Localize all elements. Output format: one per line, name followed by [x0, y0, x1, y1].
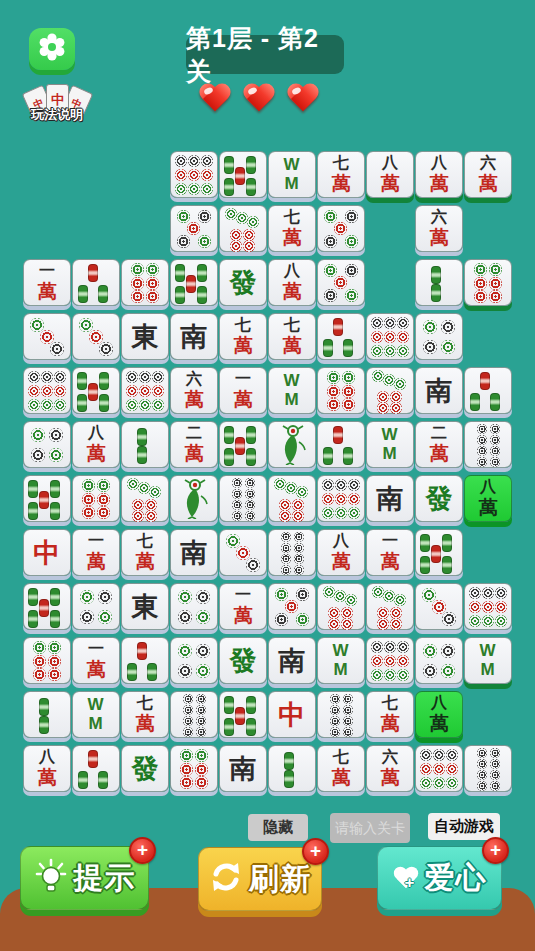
tile-face: 一萬 [75, 531, 117, 574]
circle-pip [477, 748, 487, 758]
circle-pip [28, 371, 40, 383]
bamboo-stick [197, 286, 207, 304]
tile-face: 一萬 [222, 585, 264, 628]
tile-face [26, 423, 68, 466]
tile-face: 八萬 [418, 153, 460, 196]
tile-r4c3-E[interactable]: 東 [121, 313, 169, 360]
tile-r12c2-b3[interactable] [72, 745, 120, 792]
tile-r4c1-c3[interactable] [23, 313, 71, 360]
tile-r10c9-c4[interactable] [415, 637, 463, 684]
circle-pip [441, 320, 455, 334]
tile-face: 二萬 [173, 423, 215, 466]
tile-r6c9-m2[interactable]: 二萬 [415, 421, 463, 468]
circle-pip [196, 590, 210, 604]
circle-pip [327, 371, 340, 384]
bamboo-stick [50, 610, 60, 628]
honor-char: 發 [222, 261, 264, 304]
bamboo-stick [88, 383, 98, 401]
tile-face: WM [271, 153, 313, 196]
tile-face [26, 369, 68, 412]
bamboo-stick [246, 718, 256, 736]
bamboo-stick [224, 178, 234, 196]
bamboo-stick [137, 428, 147, 446]
tile-r3c10-c6[interactable] [464, 259, 512, 306]
tile-r5c3-c9[interactable] [121, 367, 169, 414]
tile-face: 八萬 [467, 477, 509, 520]
tile-face: 發 [124, 747, 166, 790]
tile-r8c3-m7[interactable]: 七萬 [121, 529, 169, 576]
bird-one-bamboo [179, 478, 209, 519]
tile-face: 七萬 [124, 531, 166, 574]
circle-pip [31, 428, 45, 442]
tile-face [26, 477, 68, 520]
circle-pip [397, 345, 409, 357]
circle-pip [178, 664, 192, 678]
circle-pip [146, 290, 159, 303]
honor-char: 發 [418, 477, 460, 520]
tile-face [222, 531, 264, 574]
circle-pip [198, 235, 211, 248]
tile-r6c6-b1[interactable] [268, 421, 316, 468]
bamboo-stick [420, 534, 430, 552]
hint-plus-badge[interactable]: + [129, 837, 156, 864]
honor-char: 東 [124, 585, 166, 628]
gear-icon [37, 32, 67, 66]
man-number: 七 [271, 315, 313, 335]
circle-pip [327, 398, 340, 411]
circle-pip [188, 169, 200, 181]
tile-r11c4-c8[interactable] [170, 691, 218, 738]
tile-face [222, 207, 264, 250]
tile-r12c5-S[interactable]: 南 [219, 745, 267, 792]
tile-face [467, 747, 509, 790]
circle-pip [489, 290, 502, 303]
tile-r4c7-b3[interactable] [317, 313, 365, 360]
tile-face [320, 369, 362, 412]
tile-r6c7-b3[interactable] [317, 421, 365, 468]
tile-r9c1-b5[interactable] [23, 583, 71, 630]
circle-pip [195, 749, 208, 762]
tile-face [222, 477, 264, 520]
tile-face: WM [467, 639, 509, 682]
tile-r4c5-m7[interactable]: 七萬 [219, 313, 267, 360]
bamboo-stick [431, 266, 441, 284]
bamboo-stick [431, 545, 441, 563]
bamboo-stick [480, 372, 490, 390]
tile-r1c10-m6[interactable]: 六萬 [464, 151, 512, 198]
tile-r12c9-c9[interactable] [415, 745, 463, 792]
tile-r7c8-S[interactable]: 南 [366, 475, 414, 522]
circle-pip [232, 511, 242, 521]
circle-pip [28, 385, 40, 397]
tile-r2c4-c5[interactable] [170, 205, 218, 252]
tile-r10c7-b8[interactable]: WM [317, 637, 365, 684]
bamboo-stick [137, 446, 147, 464]
circle-pip [335, 507, 347, 519]
tile-r12c6-b2[interactable] [268, 745, 316, 792]
tile-r10c6-S[interactable]: 南 [268, 637, 316, 684]
tile-r7c5-c8[interactable] [219, 475, 267, 522]
tile-face [467, 585, 509, 628]
love-button[interactable]: + 爱心 + [377, 846, 502, 910]
man-wan: 萬 [369, 713, 411, 734]
bamboo-stick [246, 426, 256, 444]
bamboo-stick [224, 718, 234, 736]
circle-pip [178, 610, 192, 624]
circle-pip [441, 664, 455, 678]
tile-r11c6-C[interactable]: 中 [268, 691, 316, 738]
bamboo-stick [224, 426, 234, 444]
circle-pip [126, 371, 138, 383]
settings-button[interactable] [29, 28, 75, 70]
tile-face [320, 585, 362, 628]
circle-pip [33, 668, 46, 681]
circle-pip [335, 493, 347, 505]
tile-r12c7-m7[interactable]: 七萬 [317, 745, 365, 792]
tile-r5c7-c6[interactable] [317, 367, 365, 414]
tile-r4c9-c4[interactable] [415, 313, 463, 360]
tile-r5c1-c9[interactable] [23, 367, 71, 414]
tile-r8c4-S[interactable]: 南 [170, 529, 218, 576]
tile-r6c1-c4[interactable] [23, 421, 71, 468]
tile-r10c4-c4[interactable] [170, 637, 218, 684]
man-wan: 萬 [75, 443, 117, 464]
man-number: 六 [467, 153, 509, 173]
tile-face [26, 639, 68, 682]
bamboo-stick [137, 642, 147, 660]
tile-face [173, 261, 215, 304]
tile-face [173, 639, 215, 682]
circle-pip [98, 610, 112, 624]
circle-pip [482, 615, 494, 627]
circle-pip [132, 510, 144, 522]
circle-pip [281, 554, 291, 564]
man-number: 二 [173, 423, 215, 443]
tile-r3c1-m1[interactable]: 一萬 [23, 259, 71, 306]
tile-face [271, 477, 313, 520]
tile-r6c8-b8[interactable]: WM [366, 421, 414, 468]
lightbulb-icon [34, 858, 68, 898]
tile-r11c3-m7[interactable]: 七萬 [121, 691, 169, 738]
circle-pip [342, 371, 355, 384]
tile-r10c5-F[interactable]: 發 [219, 637, 267, 684]
tile-r7c6-c7[interactable] [268, 475, 316, 522]
circle-pip [390, 402, 402, 414]
circle-pip [441, 340, 455, 354]
tile-r5c5-m1[interactable]: 一萬 [219, 367, 267, 414]
circle-pip [188, 155, 200, 167]
bamboo-stick [28, 588, 38, 606]
tile-r9c2-c4[interactable] [72, 583, 120, 630]
circle-pip [50, 342, 64, 356]
circle-pip [384, 641, 396, 653]
man-wan: 萬 [369, 173, 411, 194]
tile-face: 七萬 [271, 315, 313, 358]
tile-r10c3-b3[interactable] [121, 637, 169, 684]
tile-face: 發 [222, 261, 264, 304]
tile-r8c9-b5[interactable] [415, 529, 463, 576]
circle-pip [477, 781, 487, 791]
tile-face [124, 261, 166, 304]
level-title-text: 第1层 - 第2关 [186, 22, 344, 88]
circle-pip [490, 781, 500, 791]
tile-face: 八萬 [369, 153, 411, 196]
honor-char: 南 [418, 369, 460, 412]
circle-pip [397, 331, 409, 343]
circle-pip [477, 446, 487, 456]
tile-face [75, 315, 117, 358]
tile-r12c10-c8[interactable] [464, 745, 512, 792]
bamboo-stick [284, 770, 294, 788]
tile-r9c10-c9[interactable] [464, 583, 512, 630]
tile-r11c2-b8[interactable]: WM [72, 691, 120, 738]
circle-pip [377, 402, 389, 414]
tile-r4c6-m7[interactable]: 七萬 [268, 313, 316, 360]
tile-r8c5-c3[interactable] [219, 529, 267, 576]
tile-r1c5-b5[interactable] [219, 151, 267, 198]
circle-pip [195, 763, 208, 776]
bamboo-stick [77, 372, 87, 390]
man-wan: 萬 [75, 659, 117, 680]
tile-r8c7-m8[interactable]: 八萬 [317, 529, 365, 576]
circle-pip [384, 317, 396, 329]
tile-r3c3-c6[interactable] [121, 259, 169, 306]
circle-pip [41, 399, 53, 411]
tile-r4c2-c3[interactable] [72, 313, 120, 360]
tile-face: 南 [271, 639, 313, 682]
circle-pip [495, 615, 507, 627]
tile-r7c4-b1[interactable] [170, 475, 218, 522]
tile-r7c3-c7[interactable] [121, 475, 169, 522]
circle-pip [54, 371, 66, 383]
tile-r1c6-b8[interactable]: WM [268, 151, 316, 198]
circle-pip [196, 664, 210, 678]
tile-face [271, 747, 313, 790]
tile-r11c9-m8[interactable]: 八萬 [415, 691, 463, 738]
man-number: 八 [320, 531, 362, 551]
level-input[interactable] [330, 813, 410, 843]
tile-r3c7-c5[interactable] [317, 259, 365, 306]
circle-pip [296, 588, 309, 601]
love-plus-badge[interactable]: + [482, 837, 509, 864]
tile-r10c10-b8[interactable]: WM [464, 637, 512, 684]
circle-pip [335, 479, 347, 491]
hide-button[interactable]: 隐藏 [248, 814, 308, 841]
man-number: 七 [369, 693, 411, 713]
circle-pip [343, 716, 353, 726]
tile-r9c9-c3[interactable] [415, 583, 463, 630]
circle-pip [97, 506, 110, 519]
circle-pip [131, 277, 144, 290]
tile-r3c4-b5[interactable] [170, 259, 218, 306]
circle-pip [246, 558, 260, 572]
tile-r1c9-m8[interactable]: 八萬 [415, 151, 463, 198]
howto-button[interactable]: 中 中 中 玩法说明 [24, 82, 90, 124]
tile-r10c8-c9[interactable] [366, 637, 414, 684]
tile-r6c2-m8[interactable]: 八萬 [72, 421, 120, 468]
circle-pip [489, 263, 502, 276]
tile-r7c2-c6[interactable] [72, 475, 120, 522]
bamboo-stick [343, 339, 353, 357]
circle-pip [348, 493, 360, 505]
tile-face: 八萬 [418, 693, 460, 736]
circle-pip [232, 500, 242, 510]
circle-pip [477, 435, 487, 445]
tile-r9c8-c7[interactable] [366, 583, 414, 630]
tile-r2c7-c5[interactable] [317, 205, 365, 252]
tile-r3c5-F[interactable]: 發 [219, 259, 267, 306]
man-wan: 萬 [75, 551, 117, 572]
circle-pip [324, 210, 337, 223]
tile-r10c1-c6[interactable] [23, 637, 71, 684]
tile-r2c6-m7[interactable]: 七萬 [268, 205, 316, 252]
tile-face: 八萬 [271, 261, 313, 304]
tile-r7c1-b5[interactable] [23, 475, 71, 522]
circle-pip [146, 277, 159, 290]
circle-pip [292, 510, 304, 522]
tile-r11c7-c8[interactable] [317, 691, 365, 738]
tile-r8c6-c8[interactable] [268, 529, 316, 576]
tile-r5c4-m6[interactable]: 六萬 [170, 367, 218, 414]
tile-r3c2-b3[interactable] [72, 259, 120, 306]
man-number: 六 [173, 369, 215, 389]
circle-pip [441, 644, 455, 658]
tile-r11c1-b2[interactable] [23, 691, 71, 738]
circle-pip [328, 618, 340, 630]
man-wan: 萬 [173, 389, 215, 410]
tile-r2c9-m6[interactable]: 六萬 [415, 205, 463, 252]
circle-pip [490, 770, 500, 780]
tile-r12c4-c6[interactable] [170, 745, 218, 792]
tile-r7c10-m8[interactable]: 八萬 [464, 475, 512, 522]
tile-r8c8-m1[interactable]: 一萬 [366, 529, 414, 576]
refresh-plus-badge[interactable]: + [302, 838, 329, 865]
circle-pip [433, 763, 445, 775]
hint-button[interactable]: 提示 + [20, 846, 149, 910]
tile-r1c8-m8[interactable]: 八萬 [366, 151, 414, 198]
tile-r3c9-b2[interactable] [415, 259, 463, 306]
circle-pip [294, 565, 304, 575]
circle-pip [232, 489, 242, 499]
bird-one-bamboo [277, 424, 307, 465]
tile-r12c3-F[interactable]: 發 [121, 745, 169, 792]
circle-pip [348, 507, 360, 519]
tile-face [320, 315, 362, 358]
circle-pip [97, 479, 110, 492]
circle-pip [196, 727, 206, 737]
tile-r5c10-b3[interactable] [464, 367, 512, 414]
circle-pip [296, 613, 309, 626]
circle-pip [474, 263, 487, 276]
circle-pip [139, 399, 151, 411]
tile-r4c8-c9[interactable] [366, 313, 414, 360]
tile-r9c4-c4[interactable] [170, 583, 218, 630]
man-number: 八 [418, 153, 460, 173]
circle-pip [482, 587, 494, 599]
tile-r5c6-b8[interactable]: WM [268, 367, 316, 414]
tile-face [222, 693, 264, 736]
tile-face [320, 261, 362, 304]
circle-pip [345, 235, 358, 248]
circle-pip [131, 290, 144, 303]
circle-pip [196, 644, 210, 658]
circle-pip [489, 277, 502, 290]
tile-r9c5-m1[interactable]: 一萬 [219, 583, 267, 630]
bamboo-stick [224, 448, 234, 466]
circle-pip [371, 345, 383, 357]
tile-face: 二萬 [418, 423, 460, 466]
bamboo-stick [470, 393, 480, 411]
tile-face: 七萬 [320, 153, 362, 196]
tile-r3c6-m8[interactable]: 八萬 [268, 259, 316, 306]
tile-r6c3-b2[interactable] [121, 421, 169, 468]
bamboo-stick [127, 663, 137, 681]
circle-pip [226, 534, 240, 548]
tile-r8c1-C[interactable]: 中 [23, 529, 71, 576]
circle-pip [149, 486, 161, 498]
tile-r5c9-S[interactable]: 南 [415, 367, 463, 414]
tile-face [75, 369, 117, 412]
tile-r4c4-S[interactable]: 南 [170, 313, 218, 360]
plus-glyph: + [405, 873, 415, 893]
tile-r7c9-F[interactable]: 發 [415, 475, 463, 522]
circle-pip [341, 618, 353, 630]
circle-pip [322, 479, 334, 491]
tile-face [418, 639, 460, 682]
circle-pip [334, 276, 347, 289]
tile-r11c8-m7[interactable]: 七萬 [366, 691, 414, 738]
tile-r9c6-c5[interactable] [268, 583, 316, 630]
tile-r11c5-b5[interactable] [219, 691, 267, 738]
circle-pip [126, 399, 138, 411]
circle-pip [477, 457, 487, 467]
tile-r9c3-E[interactable]: 東 [121, 583, 169, 630]
man-wan: 萬 [173, 443, 215, 464]
man-wan: 萬 [418, 443, 460, 464]
tile-r8c2-m1[interactable]: 一萬 [72, 529, 120, 576]
tile-face: 七萬 [369, 693, 411, 736]
tile-r2c5-c7[interactable] [219, 205, 267, 252]
eight-bamboo-glyph: WM [320, 641, 362, 679]
bamboo-stick [235, 167, 245, 185]
tile-r6c4-m2[interactable]: 二萬 [170, 421, 218, 468]
tile-r7c7-c9[interactable] [317, 475, 365, 522]
circle-pip [446, 777, 458, 789]
tile-r12c1-m8[interactable]: 八萬 [23, 745, 71, 792]
honor-char: 南 [222, 747, 264, 790]
tile-face [173, 585, 215, 628]
circle-pip [342, 385, 355, 398]
tile-r5c8-c7[interactable] [366, 367, 414, 414]
heart-plus-icon: + [393, 867, 419, 890]
tile-r5c2-b5[interactable] [72, 367, 120, 414]
circle-pip [139, 385, 151, 397]
tile-r12c8-m6[interactable]: 六萬 [366, 745, 414, 792]
honor-char: 中 [26, 531, 68, 574]
auto-play-button[interactable]: 自动游戏 [428, 813, 500, 840]
tile-r6c5-b5[interactable] [219, 421, 267, 468]
man-number: 七 [124, 531, 166, 551]
refresh-button[interactable]: 刷新 + [198, 847, 322, 911]
man-number: 一 [222, 585, 264, 605]
bamboo-stick [99, 394, 109, 412]
tile-r1c4-c9[interactable] [170, 151, 218, 198]
tile-r10c2-m1[interactable]: 一萬 [72, 637, 120, 684]
bamboo-stick [98, 285, 108, 303]
tile-r1c7-m7[interactable]: 七萬 [317, 151, 365, 198]
tile-r6c10-c8[interactable] [464, 421, 512, 468]
tile-r9c7-c7[interactable] [317, 583, 365, 630]
